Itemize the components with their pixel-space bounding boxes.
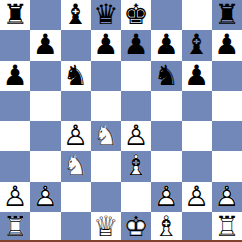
- square-a6[interactable]: ♟: [0, 61, 30, 91]
- square-e1[interactable]: ♚♔: [121, 212, 151, 242]
- piece-fill-layer: ♟: [214, 31, 239, 59]
- black-pawn-icon[interactable]: ♟: [151, 30, 181, 60]
- square-f5[interactable]: [151, 91, 181, 121]
- piece-fill-layer: ♝: [184, 31, 209, 59]
- black-pawn-icon[interactable]: ♟: [91, 30, 121, 60]
- white-bishop-icon[interactable]: ♝♗: [121, 151, 151, 181]
- square-c3[interactable]: ♞♘: [61, 151, 91, 181]
- piece-outline-layer: ♙: [214, 183, 239, 211]
- chess-board: ♜♝♛♚♜♟♟♟♟♝♟♟♞♞♟♟♙♞♘♟♙♞♘♝♗♟♙♟♙♟♙♟♙♟♙♜♖♛♕♚…: [0, 0, 242, 242]
- square-f4[interactable]: [151, 121, 181, 151]
- square-h3[interactable]: [212, 151, 242, 181]
- square-d2[interactable]: [91, 182, 121, 212]
- piece-outline-layer: ♙: [63, 122, 88, 150]
- black-pawn-icon[interactable]: ♟: [0, 61, 30, 91]
- square-a7[interactable]: [0, 30, 30, 60]
- black-king-icon[interactable]: ♚: [121, 0, 151, 30]
- square-b8[interactable]: [30, 0, 60, 30]
- square-e7[interactable]: ♟: [121, 30, 151, 60]
- black-queen-icon[interactable]: ♛: [91, 0, 121, 30]
- white-pawn-icon[interactable]: ♟♙: [0, 182, 30, 212]
- square-e6[interactable]: [121, 61, 151, 91]
- piece-outline-layer: ♔: [124, 213, 149, 241]
- square-h5[interactable]: [212, 91, 242, 121]
- piece-fill-layer: ♞: [154, 62, 179, 90]
- square-c5[interactable]: [61, 91, 91, 121]
- piece-outline-layer: ♙: [3, 183, 28, 211]
- square-b7[interactable]: ♟: [30, 30, 60, 60]
- piece-fill-layer: ♟: [93, 31, 118, 59]
- square-e4[interactable]: ♟♙: [121, 121, 151, 151]
- square-d5[interactable]: [91, 91, 121, 121]
- square-a4[interactable]: [0, 121, 30, 151]
- square-a5[interactable]: [0, 91, 30, 121]
- white-pawn-icon[interactable]: ♟♙: [212, 182, 242, 212]
- square-e3[interactable]: ♝♗: [121, 151, 151, 181]
- square-g6[interactable]: ♟: [182, 61, 212, 91]
- square-c4[interactable]: ♟♙: [61, 121, 91, 151]
- square-g7[interactable]: ♝: [182, 30, 212, 60]
- white-pawn-icon[interactable]: ♟♙: [182, 182, 212, 212]
- piece-outline-layer: ♙: [154, 183, 179, 211]
- square-g5[interactable]: [182, 91, 212, 121]
- square-d1[interactable]: ♛♕: [91, 212, 121, 242]
- square-g4[interactable]: [182, 121, 212, 151]
- piece-fill-layer: ♚: [124, 1, 149, 29]
- white-knight-icon[interactable]: ♞♘: [61, 151, 91, 181]
- square-c2[interactable]: [61, 182, 91, 212]
- black-rook-icon[interactable]: ♜: [0, 0, 30, 30]
- square-f1[interactable]: ♝♗: [151, 212, 181, 242]
- square-f6[interactable]: ♞: [151, 61, 181, 91]
- piece-outline-layer: ♙: [33, 183, 58, 211]
- square-c7[interactable]: [61, 30, 91, 60]
- piece-fill-layer: ♛: [93, 1, 118, 29]
- piece-fill-layer: ♟: [33, 31, 58, 59]
- square-a2[interactable]: ♟♙: [0, 182, 30, 212]
- white-king-icon[interactable]: ♚♔: [121, 212, 151, 242]
- square-f7[interactable]: ♟: [151, 30, 181, 60]
- black-knight-icon[interactable]: ♞: [151, 61, 181, 91]
- square-c6[interactable]: ♞: [61, 61, 91, 91]
- square-g3[interactable]: [182, 151, 212, 181]
- piece-outline-layer: ♘: [93, 122, 118, 150]
- piece-outline-layer: ♙: [184, 183, 209, 211]
- square-d7[interactable]: ♟: [91, 30, 121, 60]
- black-pawn-icon[interactable]: ♟: [30, 30, 60, 60]
- white-pawn-icon[interactable]: ♟♙: [61, 121, 91, 151]
- square-h7[interactable]: ♟: [212, 30, 242, 60]
- square-f8[interactable]: [151, 0, 181, 30]
- square-f2[interactable]: ♟♙: [151, 182, 181, 212]
- black-bishop-icon[interactable]: ♝: [182, 30, 212, 60]
- square-a8[interactable]: ♜: [0, 0, 30, 30]
- white-rook-icon[interactable]: ♜♖: [212, 212, 242, 242]
- square-c8[interactable]: ♝: [61, 0, 91, 30]
- square-b4[interactable]: [30, 121, 60, 151]
- square-h1[interactable]: ♜♖: [212, 212, 242, 242]
- white-pawn-icon[interactable]: ♟♙: [30, 182, 60, 212]
- piece-fill-layer: ♟: [154, 31, 179, 59]
- square-a3[interactable]: [0, 151, 30, 181]
- square-e2[interactable]: [121, 182, 151, 212]
- white-rook-icon[interactable]: ♜♖: [0, 212, 30, 242]
- square-b6[interactable]: [30, 61, 60, 91]
- white-knight-icon[interactable]: ♞♘: [91, 121, 121, 151]
- piece-outline-layer: ♗: [154, 213, 179, 241]
- square-e8[interactable]: ♚: [121, 0, 151, 30]
- white-pawn-icon[interactable]: ♟♙: [151, 182, 181, 212]
- piece-outline-layer: ♕: [93, 213, 118, 241]
- square-d4[interactable]: ♞♘: [91, 121, 121, 151]
- square-h2[interactable]: ♟♙: [212, 182, 242, 212]
- piece-fill-layer: ♟: [3, 62, 28, 90]
- chess-board-wrapper: ♜♝♛♚♜♟♟♟♟♝♟♟♞♞♟♟♙♞♘♟♙♞♘♝♗♟♙♟♙♟♙♟♙♟♙♜♖♛♕♚…: [0, 0, 242, 242]
- black-knight-icon[interactable]: ♞: [61, 61, 91, 91]
- square-c1[interactable]: [61, 212, 91, 242]
- black-pawn-icon[interactable]: ♟: [121, 30, 151, 60]
- square-b3[interactable]: [30, 151, 60, 181]
- square-b1[interactable]: [30, 212, 60, 242]
- piece-fill-layer: ♝: [63, 1, 88, 29]
- black-pawn-icon[interactable]: ♟: [182, 61, 212, 91]
- piece-outline-layer: ♙: [124, 122, 149, 150]
- white-queen-icon[interactable]: ♛♕: [91, 212, 121, 242]
- square-h4[interactable]: [212, 121, 242, 151]
- square-g1[interactable]: [182, 212, 212, 242]
- square-a1[interactable]: ♜♖: [0, 212, 30, 242]
- piece-fill-layer: ♜: [3, 1, 28, 29]
- square-d6[interactable]: [91, 61, 121, 91]
- square-g8[interactable]: [182, 0, 212, 30]
- piece-fill-layer: ♞: [63, 62, 88, 90]
- square-f3[interactable]: [151, 151, 181, 181]
- square-d3[interactable]: [91, 151, 121, 181]
- square-e5[interactable]: [121, 91, 151, 121]
- white-bishop-icon[interactable]: ♝♗: [151, 212, 181, 242]
- black-rook-icon[interactable]: ♜: [212, 0, 242, 30]
- black-pawn-icon[interactable]: ♟: [212, 30, 242, 60]
- piece-outline-layer: ♖: [3, 213, 28, 241]
- square-b5[interactable]: [30, 91, 60, 121]
- piece-fill-layer: ♟: [124, 31, 149, 59]
- piece-outline-layer: ♘: [63, 152, 88, 180]
- square-b2[interactable]: ♟♙: [30, 182, 60, 212]
- piece-fill-layer: ♟: [184, 62, 209, 90]
- square-d8[interactable]: ♛: [91, 0, 121, 30]
- piece-outline-layer: ♗: [124, 152, 149, 180]
- piece-fill-layer: ♜: [214, 1, 239, 29]
- black-bishop-icon[interactable]: ♝: [61, 0, 91, 30]
- square-h6[interactable]: [212, 61, 242, 91]
- piece-outline-layer: ♖: [214, 213, 239, 241]
- square-h8[interactable]: ♜: [212, 0, 242, 30]
- white-pawn-icon[interactable]: ♟♙: [121, 121, 151, 151]
- square-g2[interactable]: ♟♙: [182, 182, 212, 212]
